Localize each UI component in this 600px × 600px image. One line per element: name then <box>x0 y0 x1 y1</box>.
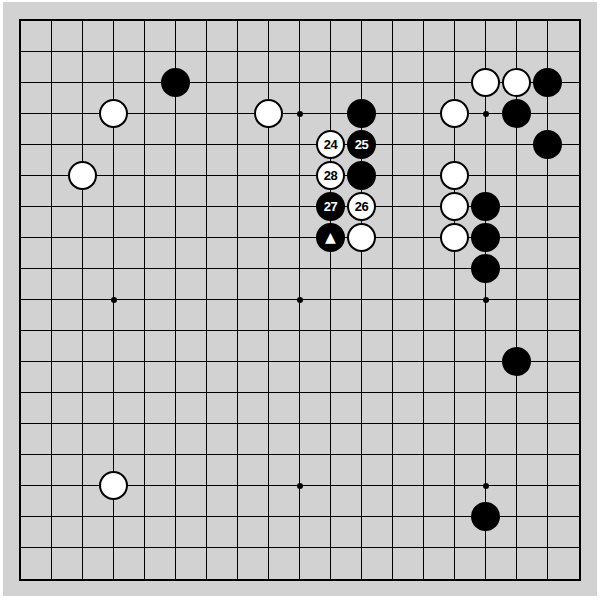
move-number-label: 27 <box>324 200 337 213</box>
stone-white-P13 <box>440 192 469 221</box>
triangle-marker-icon: ▲ <box>325 230 336 244</box>
stone-white-C14 <box>68 161 97 190</box>
stone-black-Q11 <box>471 254 500 283</box>
page-margin-left <box>0 0 3 600</box>
stone-black-Q13 <box>471 192 500 221</box>
go-board: 2425282726▲ <box>0 0 600 600</box>
move-number-label: 25 <box>355 138 368 151</box>
move-number-label: 26 <box>355 200 368 213</box>
stone-white-P14 <box>440 161 469 190</box>
star-point <box>297 297 303 303</box>
page-margin-top <box>0 0 600 2</box>
star-point <box>297 483 303 489</box>
stone-black-M16 <box>347 99 376 128</box>
go-diagram-page: 2425282726▲ <box>0 0 600 600</box>
stone-black-S15 <box>533 130 562 159</box>
stone-black-M14 <box>347 161 376 190</box>
stone-black-F17 <box>161 68 190 97</box>
star-point <box>111 297 117 303</box>
star-point <box>483 111 489 117</box>
move-number-label: 28 <box>324 169 337 182</box>
stone-black-L12: ▲ <box>316 223 345 252</box>
star-point <box>483 483 489 489</box>
stone-white-L15: 24 <box>316 130 345 159</box>
stones-overlay: 2425282726▲ <box>0 0 600 600</box>
stone-black-Q3 <box>471 502 500 531</box>
move-number-label: 24 <box>324 138 337 151</box>
page-margin-bottom <box>0 596 600 600</box>
star-point <box>297 111 303 117</box>
stone-white-D4 <box>99 471 128 500</box>
stone-white-R17 <box>502 68 531 97</box>
stone-white-P12 <box>440 223 469 252</box>
star-point <box>483 297 489 303</box>
stone-white-M12 <box>347 223 376 252</box>
stone-white-Q17 <box>471 68 500 97</box>
stone-black-R8 <box>502 347 531 376</box>
stone-white-J16 <box>254 99 283 128</box>
stone-white-P16 <box>440 99 469 128</box>
stone-black-Q12 <box>471 223 500 252</box>
stone-white-M13: 26 <box>347 192 376 221</box>
stone-black-M15: 25 <box>347 130 376 159</box>
stone-black-L13: 27 <box>316 192 345 221</box>
stone-white-D16 <box>99 99 128 128</box>
stone-black-R16 <box>502 99 531 128</box>
stone-black-S17 <box>533 68 562 97</box>
stone-white-L14: 28 <box>316 161 345 190</box>
